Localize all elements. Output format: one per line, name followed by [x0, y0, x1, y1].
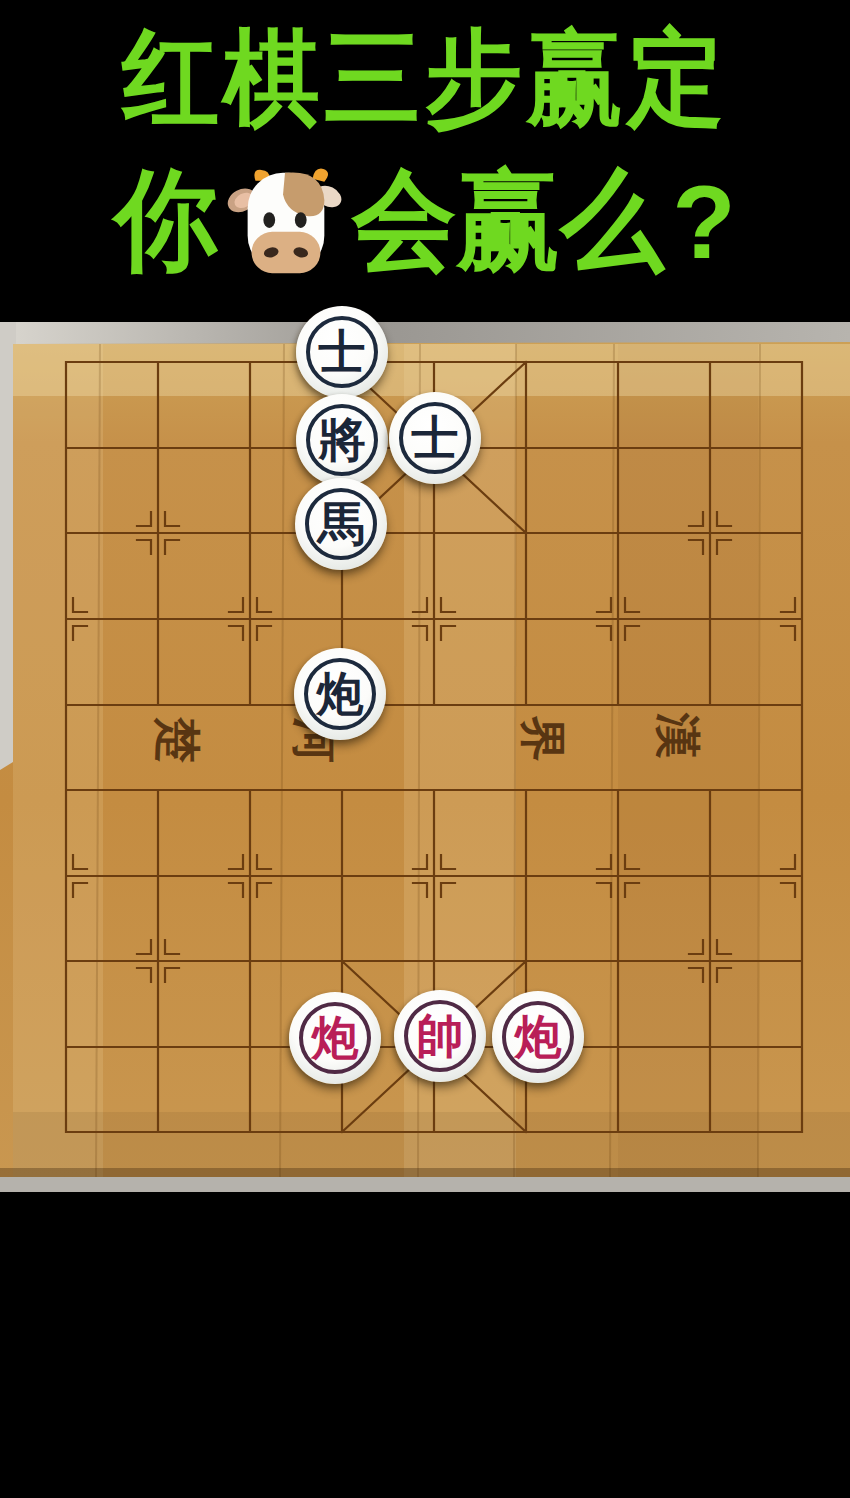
piece-black-general-d2[interactable]: 將 [296, 394, 388, 486]
headline-line2-prefix: 你 [114, 148, 218, 296]
piece-black-cannon-d5[interactable]: 炮 [294, 648, 386, 740]
piece-glyph: 帥 [394, 990, 486, 1082]
piece-glyph: 馬 [295, 478, 387, 570]
piece-red-marshal-e9[interactable]: 帥 [394, 990, 486, 1082]
piece-glyph: 炮 [492, 991, 584, 1083]
piece-black-advisor-d1[interactable]: 士 [296, 306, 388, 398]
headline-line2: 你 会赢么 ? [0, 152, 850, 292]
piece-glyph: 士 [389, 392, 481, 484]
screenshot-stage: 红棋三步赢定 你 会赢么 ? [0, 0, 850, 1498]
headline-block: 红棋三步赢定 你 会赢么 ? [0, 0, 850, 322]
piece-glyph: 將 [296, 394, 388, 486]
river-char-han: 漢 [652, 712, 703, 759]
floor-bottom-strip [0, 1175, 850, 1192]
piece-black-horse-d3[interactable]: 馬 [295, 478, 387, 570]
piece-glyph: 炮 [294, 648, 386, 740]
piece-red-cannon-d9[interactable]: 炮 [289, 992, 381, 1084]
cow-face-icon [226, 166, 344, 278]
headline-line1: 红棋三步赢定 [0, 9, 850, 150]
piece-black-advisor-e2[interactable]: 士 [389, 392, 481, 484]
river-char-chu: 楚 [152, 716, 203, 763]
piece-glyph: 炮 [289, 992, 381, 1084]
headline-line2-suffix: 会赢么 [352, 148, 664, 296]
piece-red-cannon-f9[interactable]: 炮 [492, 991, 584, 1083]
headline-question-mark: ? [672, 163, 736, 282]
piece-glyph: 士 [296, 306, 388, 398]
board-edge-shadow [0, 1168, 850, 1177]
river-char-jie: 界 [517, 715, 568, 762]
